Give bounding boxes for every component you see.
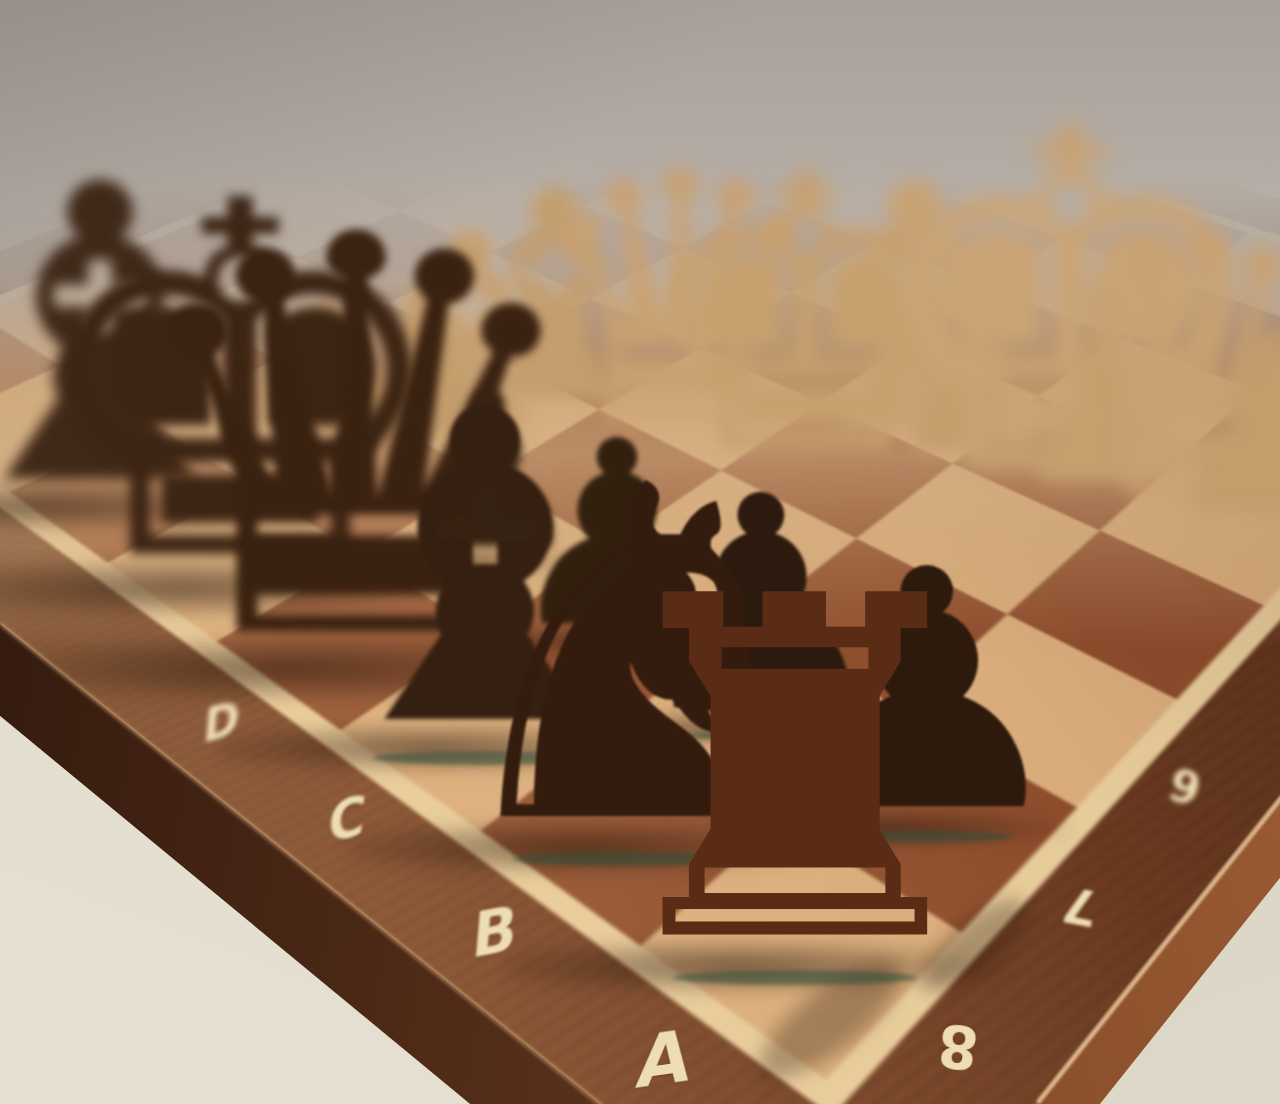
file-label-a: A [633, 1014, 695, 1104]
photo-stage: ♟♟♝♝♛♚♝♟♚♟♛♟ ♜♟♞♟♝♟♛♟♚♝ DCBA876 Close-up… [0, 0, 1280, 1104]
coordinate-labels-layer: DCBA876 [0, 0, 1280, 1104]
file-label-d: D [201, 688, 242, 754]
file-label-c: C [326, 783, 369, 854]
rank-label-8: 8 [935, 1010, 982, 1082]
rank-label-6: 6 [1164, 757, 1207, 814]
file-label-b: B [469, 891, 520, 972]
rank-label-7: 7 [1058, 874, 1103, 938]
